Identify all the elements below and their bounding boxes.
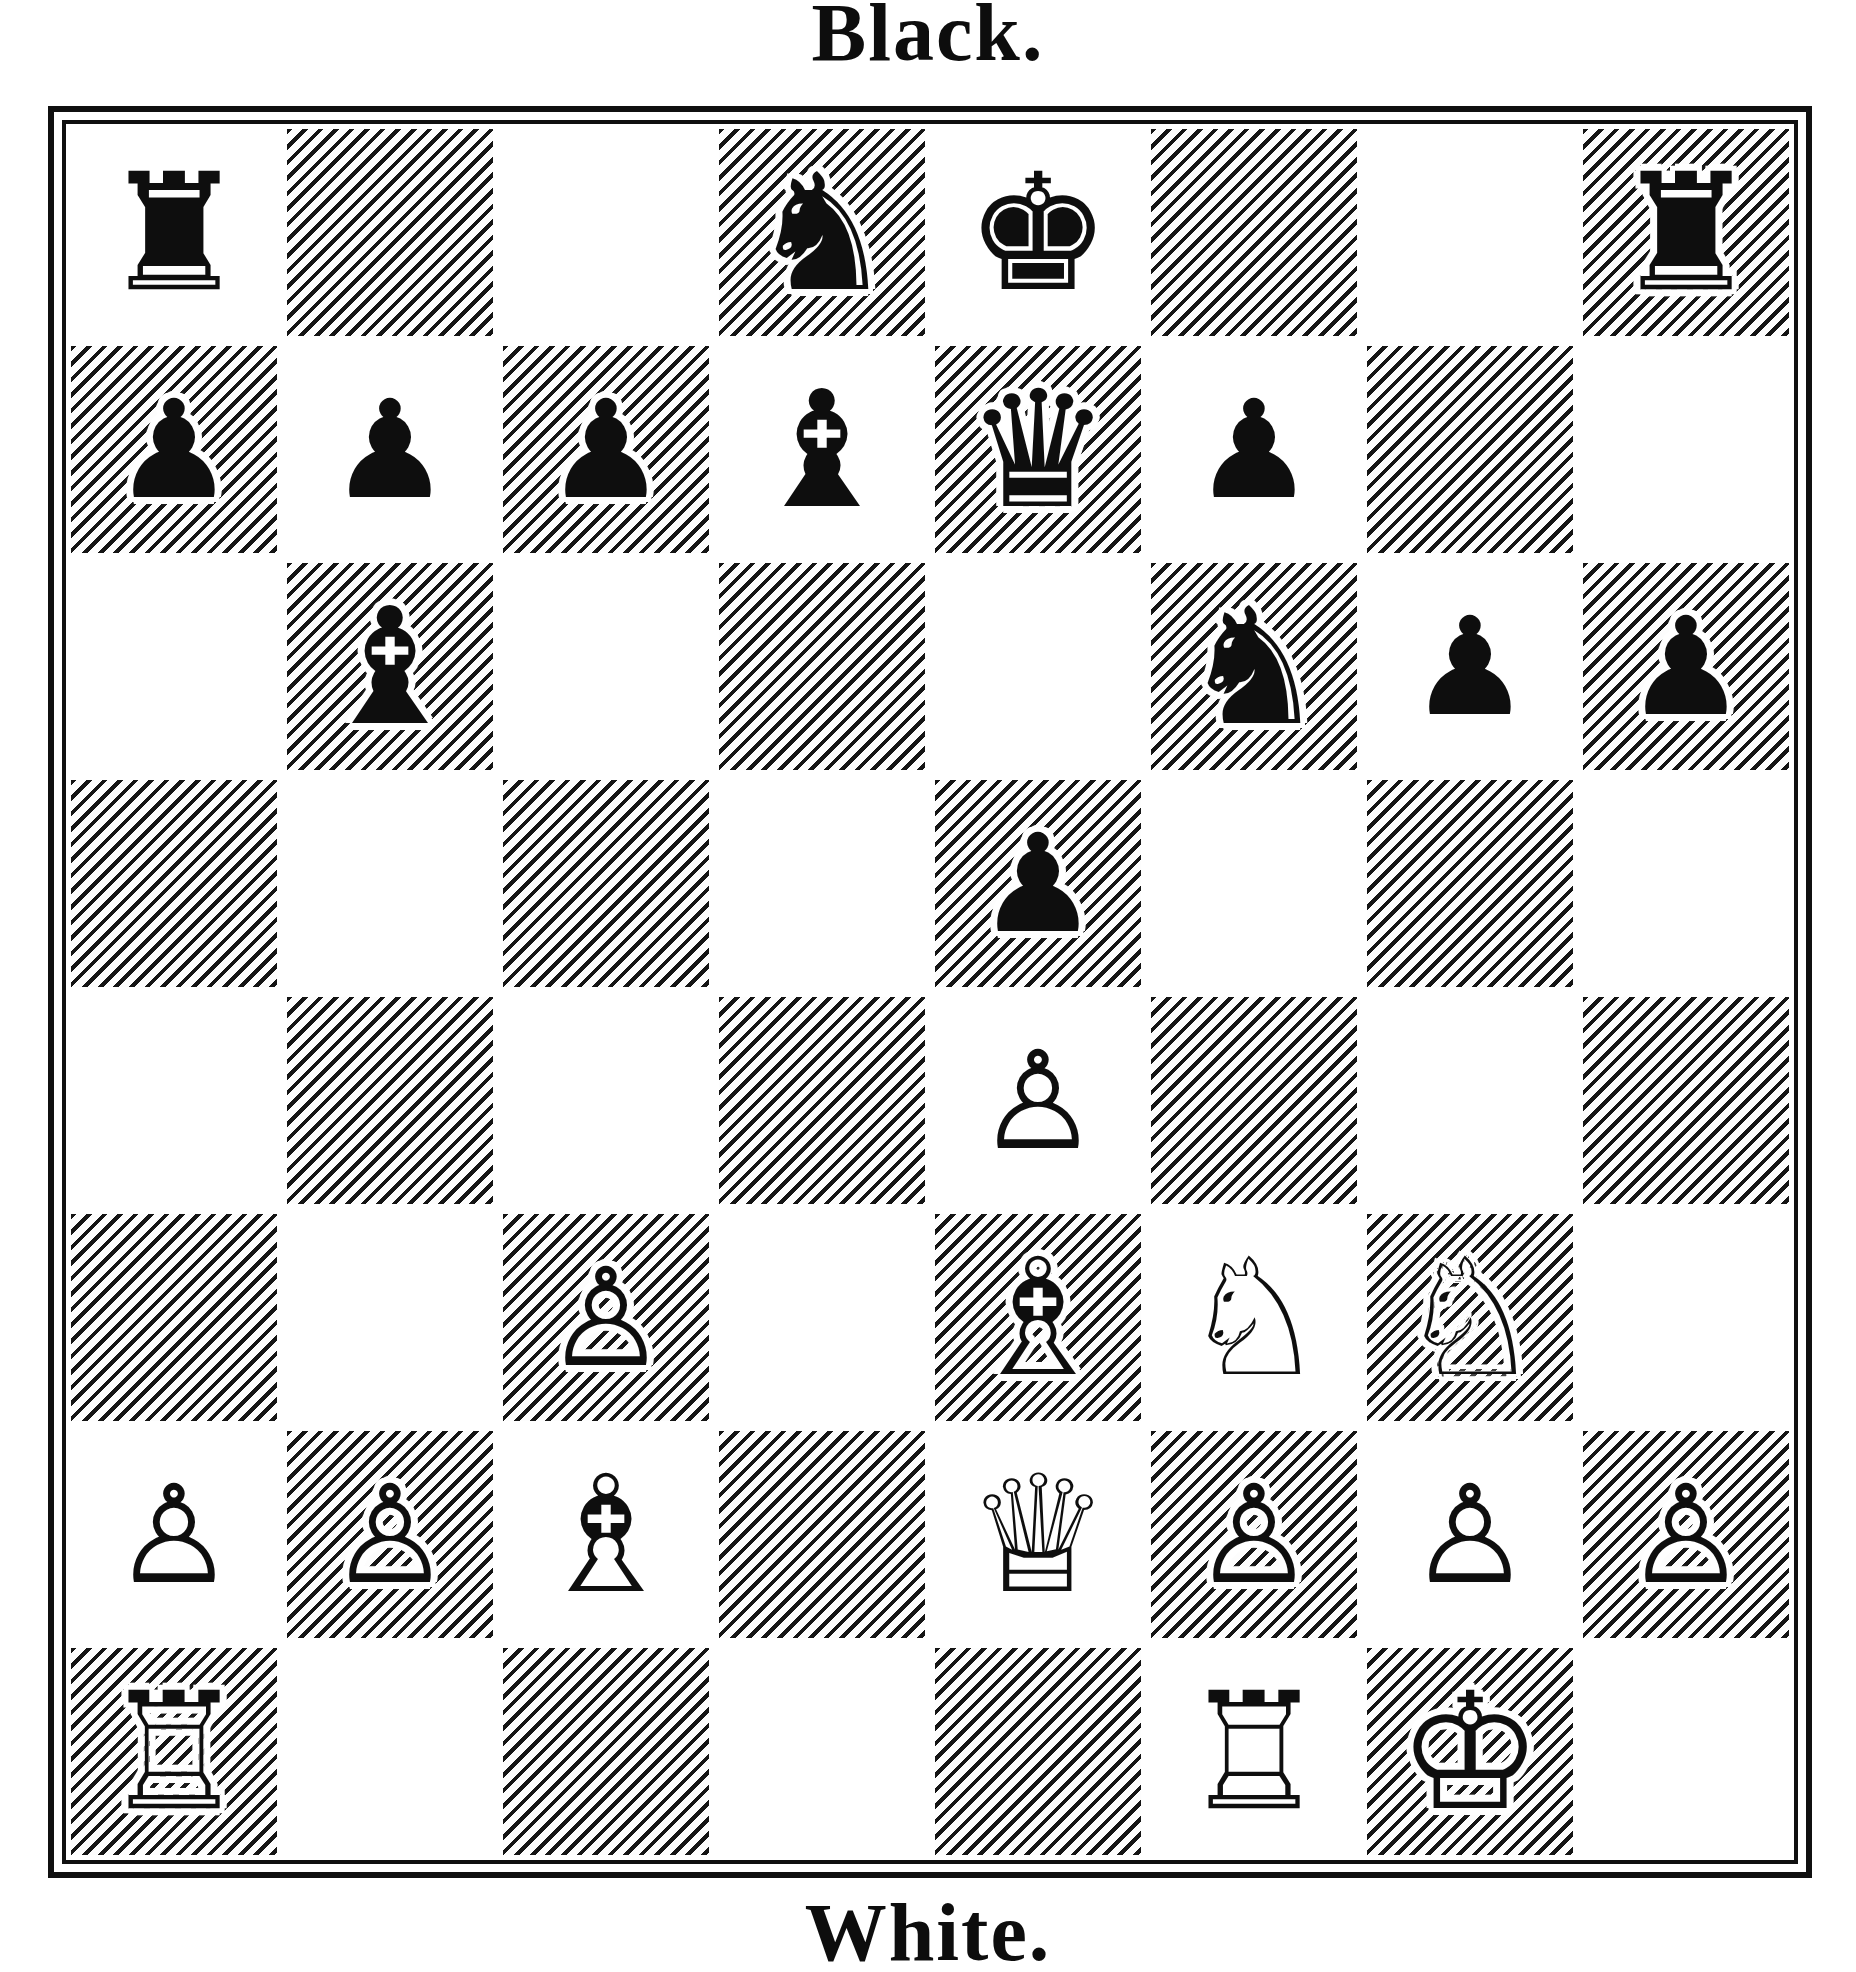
white-king-g1[interactable]: ♔: [1397, 1671, 1542, 1833]
square-c7[interactable]: ♟: [498, 341, 714, 558]
square-d2[interactable]: [714, 1426, 930, 1643]
square-a2[interactable]: ♙: [66, 1426, 282, 1643]
square-d4[interactable]: [714, 992, 930, 1209]
square-f8[interactable]: [1146, 124, 1362, 341]
diagram-page: Black. ♜♞♚♜♟♟♟♝♛♟♝♞♟♟♟♙♙♗♘♘♙♙♗♕♙♙♙♖♖♔ Wh…: [0, 0, 1856, 1972]
square-e8[interactable]: ♚: [930, 124, 1146, 341]
square-c5[interactable]: [498, 775, 714, 992]
white-rook-f1[interactable]: ♖: [1181, 1671, 1326, 1833]
square-g6[interactable]: ♟: [1362, 558, 1578, 775]
square-g2[interactable]: ♙: [1362, 1426, 1578, 1643]
black-bishop-d7[interactable]: ♝: [749, 369, 894, 531]
black-side-label: Black.: [0, 0, 1856, 80]
black-knight-f6[interactable]: ♞: [1181, 586, 1326, 748]
square-g3[interactable]: ♘: [1362, 1209, 1578, 1426]
square-g1[interactable]: ♔: [1362, 1643, 1578, 1860]
square-d8[interactable]: ♞: [714, 124, 930, 341]
square-h6[interactable]: ♟: [1578, 558, 1794, 775]
square-h8[interactable]: ♜: [1578, 124, 1794, 341]
square-b4[interactable]: [282, 992, 498, 1209]
black-pawn-h6[interactable]: ♟: [1625, 599, 1747, 735]
square-e4[interactable]: ♙: [930, 992, 1146, 1209]
square-f6[interactable]: ♞: [1146, 558, 1362, 775]
square-g8[interactable]: [1362, 124, 1578, 341]
square-c6[interactable]: [498, 558, 714, 775]
square-h7[interactable]: [1578, 341, 1794, 558]
square-d7[interactable]: ♝: [714, 341, 930, 558]
square-e7[interactable]: ♛: [930, 341, 1146, 558]
black-rook-h8[interactable]: ♜: [1613, 152, 1758, 314]
square-d1[interactable]: [714, 1643, 930, 1860]
square-e5[interactable]: ♟: [930, 775, 1146, 992]
square-b7[interactable]: ♟: [282, 341, 498, 558]
square-a4[interactable]: [66, 992, 282, 1209]
square-d6[interactable]: [714, 558, 930, 775]
black-pawn-f7[interactable]: ♟: [1193, 382, 1315, 518]
square-a1[interactable]: ♖: [66, 1643, 282, 1860]
square-g4[interactable]: [1362, 992, 1578, 1209]
black-knight-d8[interactable]: ♞: [749, 152, 894, 314]
square-c3[interactable]: ♙: [498, 1209, 714, 1426]
square-f3[interactable]: ♘: [1146, 1209, 1362, 1426]
white-rook-a1[interactable]: ♖: [101, 1671, 246, 1833]
white-queen-e2[interactable]: ♕: [965, 1454, 1110, 1616]
black-queen-e7[interactable]: ♛: [965, 369, 1110, 531]
square-f2[interactable]: ♙: [1146, 1426, 1362, 1643]
square-h5[interactable]: [1578, 775, 1794, 992]
square-b3[interactable]: [282, 1209, 498, 1426]
square-f4[interactable]: [1146, 992, 1362, 1209]
white-pawn-f2[interactable]: ♙: [1193, 1467, 1315, 1603]
square-e2[interactable]: ♕: [930, 1426, 1146, 1643]
square-a5[interactable]: [66, 775, 282, 992]
white-pawn-g2[interactable]: ♙: [1409, 1467, 1531, 1603]
square-a8[interactable]: ♜: [66, 124, 282, 341]
square-h1[interactable]: [1578, 1643, 1794, 1860]
white-side-label: White.: [0, 1886, 1856, 1972]
black-bishop-b6[interactable]: ♝: [317, 586, 462, 748]
white-pawn-b2[interactable]: ♙: [329, 1467, 451, 1603]
square-f5[interactable]: [1146, 775, 1362, 992]
white-pawn-h2[interactable]: ♙: [1625, 1467, 1747, 1603]
black-pawn-c7[interactable]: ♟: [545, 382, 667, 518]
square-d5[interactable]: [714, 775, 930, 992]
black-king-e8[interactable]: ♚: [965, 152, 1110, 314]
square-a7[interactable]: ♟: [66, 341, 282, 558]
white-pawn-a2[interactable]: ♙: [113, 1467, 235, 1603]
square-b2[interactable]: ♙: [282, 1426, 498, 1643]
square-c1[interactable]: [498, 1643, 714, 1860]
square-c2[interactable]: ♗: [498, 1426, 714, 1643]
square-f7[interactable]: ♟: [1146, 341, 1362, 558]
white-pawn-e4[interactable]: ♙: [977, 1033, 1099, 1169]
square-g7[interactable]: [1362, 341, 1578, 558]
square-b1[interactable]: [282, 1643, 498, 1860]
black-pawn-g6[interactable]: ♟: [1409, 599, 1531, 735]
square-b5[interactable]: [282, 775, 498, 992]
square-f1[interactable]: ♖: [1146, 1643, 1362, 1860]
square-e1[interactable]: [930, 1643, 1146, 1860]
square-g5[interactable]: [1362, 775, 1578, 992]
white-bishop-c2[interactable]: ♗: [533, 1454, 678, 1616]
white-bishop-e3[interactable]: ♗: [965, 1237, 1110, 1399]
black-pawn-b7[interactable]: ♟: [329, 382, 451, 518]
square-e3[interactable]: ♗: [930, 1209, 1146, 1426]
chess-board: ♜♞♚♜♟♟♟♝♛♟♝♞♟♟♟♙♙♗♘♘♙♙♗♕♙♙♙♖♖♔: [48, 106, 1812, 1878]
square-h4[interactable]: [1578, 992, 1794, 1209]
square-c8[interactable]: [498, 124, 714, 341]
white-pawn-c3[interactable]: ♙: [545, 1250, 667, 1386]
white-knight-g3[interactable]: ♘: [1397, 1237, 1542, 1399]
black-rook-a8[interactable]: ♜: [101, 152, 246, 314]
square-b8[interactable]: [282, 124, 498, 341]
square-h3[interactable]: [1578, 1209, 1794, 1426]
square-a6[interactable]: [66, 558, 282, 775]
white-knight-f3[interactable]: ♘: [1181, 1237, 1326, 1399]
square-d3[interactable]: [714, 1209, 930, 1426]
black-pawn-a7[interactable]: ♟: [113, 382, 235, 518]
square-c4[interactable]: [498, 992, 714, 1209]
square-h2[interactable]: ♙: [1578, 1426, 1794, 1643]
square-e6[interactable]: [930, 558, 1146, 775]
square-a3[interactable]: [66, 1209, 282, 1426]
square-b6[interactable]: ♝: [282, 558, 498, 775]
board-inner-frame: ♜♞♚♜♟♟♟♝♛♟♝♞♟♟♟♙♙♗♘♘♙♙♗♕♙♙♙♖♖♔: [62, 120, 1798, 1864]
board-grid: ♜♞♚♜♟♟♟♝♛♟♝♞♟♟♟♙♙♗♘♘♙♙♗♕♙♙♙♖♖♔: [66, 124, 1794, 1860]
black-pawn-e5[interactable]: ♟: [977, 816, 1099, 952]
